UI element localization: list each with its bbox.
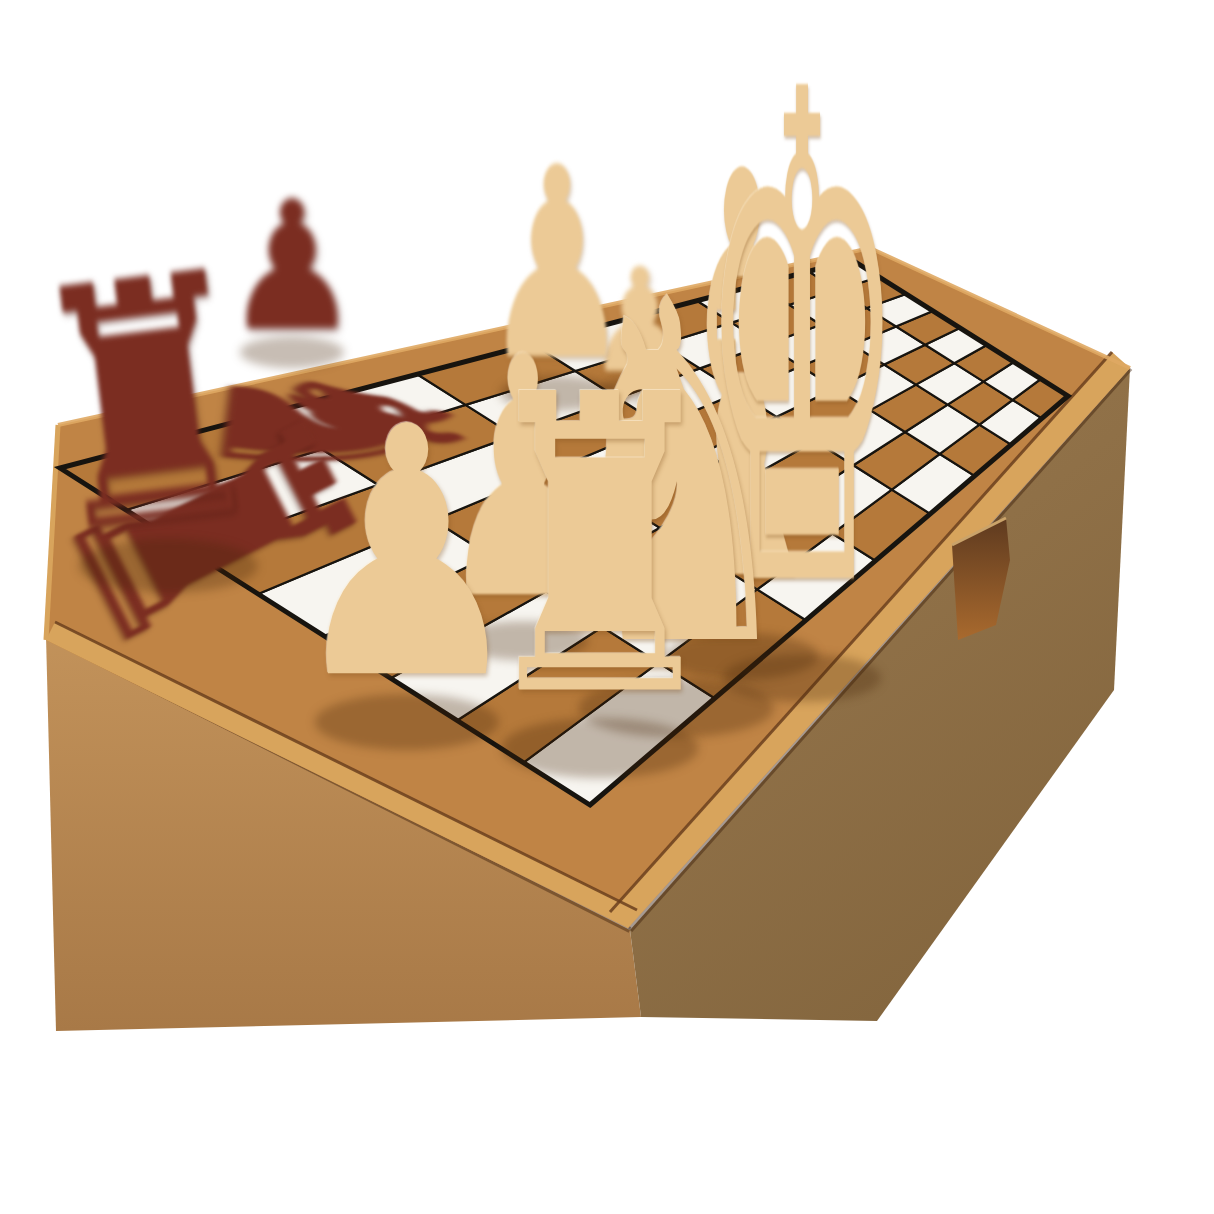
photo-stage: ♟♟♟♞♜♜♟♝♚♞♟♜ <box>0 0 1214 1214</box>
piece-light-rook[interactable]: ♜ <box>471 342 728 752</box>
piece-dark-rook[interactable]: ♜ <box>12 225 284 584</box>
